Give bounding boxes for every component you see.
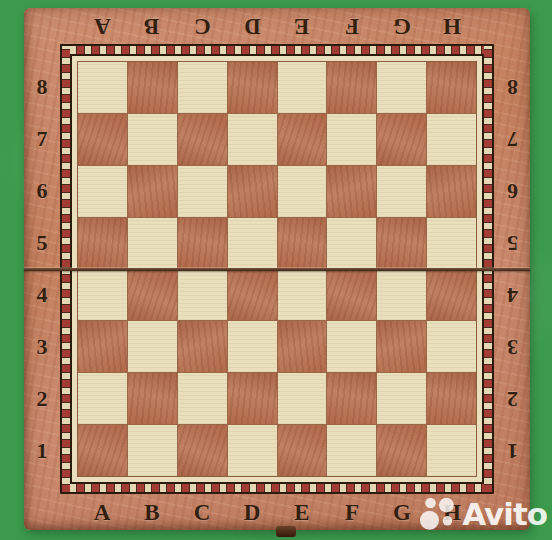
square-f5 <box>327 218 376 269</box>
avito-watermark-text: Avito <box>462 496 547 532</box>
square-h2 <box>427 373 476 424</box>
square-g2 <box>377 373 426 424</box>
file-label-a: A <box>94 501 111 524</box>
square-f7 <box>327 114 376 165</box>
square-d4 <box>228 270 277 321</box>
square-f3 <box>327 321 376 372</box>
square-h4 <box>427 270 476 321</box>
square-b7 <box>128 114 177 165</box>
file-label-b: B <box>144 15 159 38</box>
square-e4 <box>278 270 327 321</box>
square-c7 <box>178 114 227 165</box>
square-h1 <box>427 425 476 476</box>
square-c4 <box>178 270 227 321</box>
square-g6 <box>377 166 426 217</box>
rank-label-5: 5 <box>37 232 48 254</box>
square-e5 <box>278 218 327 269</box>
board-latch <box>276 526 296 537</box>
file-label-f: F <box>345 501 359 524</box>
square-d7 <box>228 114 277 165</box>
square-a4 <box>78 270 127 321</box>
square-h6 <box>427 166 476 217</box>
file-labels-top: ABCDEFGH <box>60 8 494 44</box>
avito-logo-icon <box>420 495 458 533</box>
square-b6 <box>128 166 177 217</box>
square-d6 <box>228 166 277 217</box>
square-d3 <box>228 321 277 372</box>
square-c3 <box>178 321 227 372</box>
rank-label-3: 3 <box>507 336 518 358</box>
square-g7 <box>377 114 426 165</box>
square-e7 <box>278 114 327 165</box>
file-label-d: D <box>244 15 261 38</box>
rank-label-2: 2 <box>37 388 48 410</box>
rank-label-1: 1 <box>37 440 48 462</box>
rank-label-4: 4 <box>37 284 48 306</box>
file-label-e: E <box>294 501 309 524</box>
square-f2 <box>327 373 376 424</box>
square-c5 <box>178 218 227 269</box>
rank-label-4: 4 <box>507 284 518 306</box>
square-g8 <box>377 62 426 113</box>
square-e2 <box>278 373 327 424</box>
file-label-f: F <box>345 15 359 38</box>
square-g5 <box>377 218 426 269</box>
square-a1 <box>78 425 127 476</box>
square-f8 <box>327 62 376 113</box>
fold-seam <box>24 268 530 271</box>
square-b3 <box>128 321 177 372</box>
square-a6 <box>78 166 127 217</box>
rank-label-8: 8 <box>37 76 48 98</box>
square-e1 <box>278 425 327 476</box>
square-b4 <box>128 270 177 321</box>
border-strip-top <box>62 46 492 54</box>
square-g1 <box>377 425 426 476</box>
square-b5 <box>128 218 177 269</box>
rank-label-1: 1 <box>507 440 518 462</box>
frame-corner <box>24 494 60 530</box>
square-c6 <box>178 166 227 217</box>
green-background: ABCDEFGH 87654321 87654321 ABCDEFGH <box>0 0 552 540</box>
file-label-d: D <box>244 501 261 524</box>
square-f1 <box>327 425 376 476</box>
square-b8 <box>128 62 177 113</box>
square-e8 <box>278 62 327 113</box>
square-h8 <box>427 62 476 113</box>
file-label-g: G <box>393 501 411 524</box>
square-a7 <box>78 114 127 165</box>
rank-label-3: 3 <box>37 336 48 358</box>
square-d5 <box>228 218 277 269</box>
file-label-c: C <box>194 15 211 38</box>
square-c1 <box>178 425 227 476</box>
square-c8 <box>178 62 227 113</box>
square-a2 <box>78 373 127 424</box>
rank-label-5: 5 <box>507 232 518 254</box>
square-a8 <box>78 62 127 113</box>
square-h3 <box>427 321 476 372</box>
square-a3 <box>78 321 127 372</box>
file-label-c: C <box>194 501 211 524</box>
square-d8 <box>228 62 277 113</box>
rank-label-6: 6 <box>37 180 48 202</box>
square-c2 <box>178 373 227 424</box>
border-strip-bottom <box>62 484 492 492</box>
square-g3 <box>377 321 426 372</box>
rank-label-6: 6 <box>507 180 518 202</box>
square-d2 <box>228 373 277 424</box>
square-e3 <box>278 321 327 372</box>
square-a5 <box>78 218 127 269</box>
square-f6 <box>327 166 376 217</box>
square-d1 <box>228 425 277 476</box>
square-g4 <box>377 270 426 321</box>
frame-corner <box>24 8 60 44</box>
chess-board: ABCDEFGH 87654321 87654321 ABCDEFGH <box>24 8 530 530</box>
rank-label-8: 8 <box>507 76 518 98</box>
square-h5 <box>427 218 476 269</box>
file-label-a: A <box>94 15 111 38</box>
square-e6 <box>278 166 327 217</box>
file-label-h: H <box>443 15 461 38</box>
frame-corner <box>494 8 530 44</box>
rank-label-7: 7 <box>37 128 48 150</box>
file-label-g: G <box>393 15 411 38</box>
rank-label-2: 2 <box>507 388 518 410</box>
square-f4 <box>327 270 376 321</box>
square-b1 <box>128 425 177 476</box>
rank-label-7: 7 <box>507 128 518 150</box>
file-label-b: B <box>144 501 159 524</box>
square-b2 <box>128 373 177 424</box>
avito-watermark: Avito <box>420 495 547 533</box>
square-h7 <box>427 114 476 165</box>
file-label-e: E <box>294 15 309 38</box>
